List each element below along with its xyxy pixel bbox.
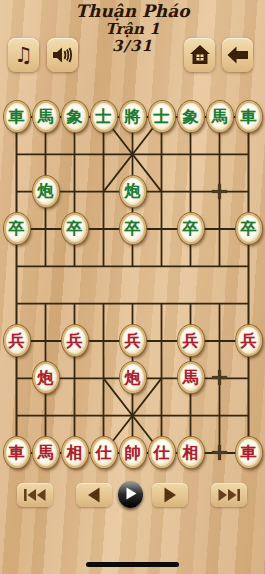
red-piece[interactable]: 馬 — [178, 362, 204, 393]
piece-character: 車 — [9, 109, 25, 125]
piece-character: 車 — [241, 445, 257, 461]
board-cell[interactable] — [31, 285, 60, 322]
skip-to-end-icon — [217, 488, 241, 502]
speaker-icon — [52, 45, 74, 65]
board-cell[interactable] — [176, 285, 205, 322]
play-button[interactable] — [118, 481, 143, 508]
piece-character: 卒 — [241, 221, 257, 237]
board-cell[interactable] — [176, 247, 205, 284]
board-cell[interactable] — [176, 135, 205, 172]
board-cell[interactable] — [60, 247, 89, 284]
board-cell[interactable]: 士 — [147, 98, 176, 135]
back-button[interactable] — [222, 38, 253, 72]
board-cell[interactable] — [60, 397, 89, 434]
board-cell[interactable] — [234, 135, 263, 172]
page-title: Thuận Pháo — [0, 2, 265, 21]
board-cell[interactable] — [60, 359, 89, 396]
board-cell[interactable] — [60, 135, 89, 172]
black-piece[interactable]: 馬 — [33, 101, 59, 132]
board-cell[interactable] — [205, 397, 234, 434]
board-cell[interactable]: 象 — [176, 98, 205, 135]
board-cell[interactable]: 車 — [2, 434, 31, 471]
red-piece[interactable]: 炮 — [120, 362, 146, 393]
black-piece[interactable]: 卒 — [4, 213, 30, 244]
piece-character: 炮 — [125, 370, 141, 386]
piece-character: 仕 — [96, 445, 112, 461]
board-cell[interactable] — [205, 434, 234, 471]
red-piece[interactable]: 相 — [178, 437, 204, 468]
board-cell[interactable] — [89, 285, 118, 322]
xiangqi-board[interactable]: 車馬象士將士象馬車炮炮卒卒卒卒卒兵兵兵兵兵炮炮馬車馬相仕帥仕相車 — [2, 98, 263, 472]
board-cells: 車馬象士將士象馬車炮炮卒卒卒卒卒兵兵兵兵兵炮炮馬車馬相仕帥仕相車 — [2, 98, 263, 472]
piece-character: 卒 — [9, 221, 25, 237]
board-cell[interactable] — [89, 359, 118, 396]
board-cell[interactable]: 相 — [60, 434, 89, 471]
red-piece[interactable]: 兵 — [236, 325, 262, 356]
board-cell[interactable] — [176, 173, 205, 210]
board-cell[interactable] — [147, 173, 176, 210]
black-piece[interactable]: 將 — [120, 101, 146, 132]
home-indicator — [86, 562, 179, 567]
piece-character: 士 — [96, 109, 112, 125]
board-cell[interactable] — [205, 322, 234, 359]
black-piece[interactable]: 卒 — [120, 213, 146, 244]
board-cell[interactable]: 士 — [89, 98, 118, 135]
piece-character: 將 — [125, 109, 141, 125]
piece-character: 兵 — [9, 333, 25, 349]
board-cell[interactable]: 卒 — [2, 210, 31, 247]
previous-icon — [87, 487, 101, 503]
board-cell[interactable] — [89, 135, 118, 172]
red-piece[interactable]: 兵 — [4, 325, 30, 356]
piece-character: 象 — [183, 109, 199, 125]
board-cell[interactable] — [89, 322, 118, 359]
board-cell[interactable] — [147, 322, 176, 359]
black-piece[interactable]: 炮 — [33, 176, 59, 207]
red-piece[interactable]: 兵 — [62, 325, 88, 356]
red-piece[interactable]: 相 — [62, 437, 88, 468]
board-cell[interactable] — [205, 285, 234, 322]
piece-character: 卒 — [67, 221, 83, 237]
red-piece[interactable]: 仕 — [91, 437, 117, 468]
board-cell[interactable] — [2, 247, 31, 284]
board-cell[interactable]: 帥 — [118, 434, 147, 471]
board-cell[interactable] — [89, 173, 118, 210]
board-cell[interactable]: 仕 — [147, 434, 176, 471]
piece-character: 車 — [9, 445, 25, 461]
piece-character: 相 — [183, 445, 199, 461]
music-note-icon: ♫ — [14, 45, 33, 66]
board-cell[interactable] — [147, 210, 176, 247]
piece-character: 車 — [241, 109, 257, 125]
board-cell[interactable]: 仕 — [89, 434, 118, 471]
red-piece[interactable]: 仕 — [149, 437, 175, 468]
board-cell[interactable]: 炮 — [31, 173, 60, 210]
music-button[interactable]: ♫ — [8, 38, 39, 72]
black-piece[interactable]: 象 — [62, 101, 88, 132]
black-piece[interactable]: 炮 — [120, 176, 146, 207]
board-cell[interactable]: 卒 — [234, 210, 263, 247]
piece-character: 馬 — [183, 370, 199, 386]
piece-character: 卒 — [183, 221, 199, 237]
board-cell[interactable] — [147, 247, 176, 284]
piece-character: 帥 — [125, 445, 141, 461]
piece-character: 炮 — [38, 183, 54, 199]
board-cell[interactable] — [147, 397, 176, 434]
board-cell[interactable]: 馬 — [176, 359, 205, 396]
board-cell[interactable] — [31, 210, 60, 247]
page-subtitle: Trận 1 — [0, 21, 265, 38]
board-cell[interactable]: 車 — [234, 98, 263, 135]
board-cell[interactable]: 馬 — [205, 98, 234, 135]
piece-character: 相 — [67, 445, 83, 461]
home-button[interactable] — [184, 38, 215, 72]
black-piece[interactable]: 卒 — [178, 213, 204, 244]
piece-character: 兵 — [67, 333, 83, 349]
sound-button[interactable] — [47, 38, 78, 72]
board-cell[interactable]: 卒 — [176, 210, 205, 247]
previous-move-button[interactable] — [76, 483, 112, 507]
board-cell[interactable] — [234, 397, 263, 434]
board-cell[interactable] — [89, 210, 118, 247]
board-cell[interactable]: 兵 — [60, 322, 89, 359]
board-cell[interactable]: 車 — [234, 434, 263, 471]
piece-character: 象 — [67, 109, 83, 125]
red-piece[interactable]: 炮 — [33, 362, 59, 393]
board-cell[interactable] — [234, 173, 263, 210]
board-cell[interactable] — [205, 210, 234, 247]
move-origin-marker — [212, 445, 227, 460]
move-origin-marker — [212, 370, 227, 385]
red-piece[interactable]: 馬 — [33, 437, 59, 468]
black-piece[interactable]: 車 — [236, 101, 262, 132]
board-cell[interactable]: 炮 — [118, 173, 147, 210]
board-cell[interactable]: 兵 — [234, 322, 263, 359]
board-cell[interactable]: 炮 — [118, 359, 147, 396]
black-piece[interactable]: 車 — [4, 101, 30, 132]
board-cell[interactable] — [118, 285, 147, 322]
board-cell[interactable] — [2, 285, 31, 322]
piece-character: 仕 — [154, 445, 170, 461]
board-cell[interactable]: 卒 — [118, 210, 147, 247]
home-icon — [189, 44, 211, 66]
board-cell[interactable] — [31, 322, 60, 359]
skip-to-start-button[interactable] — [17, 483, 53, 507]
piece-character: 兵 — [183, 333, 199, 349]
board-cell[interactable] — [2, 135, 31, 172]
board-cell[interactable]: 炮 — [31, 359, 60, 396]
piece-character: 士 — [154, 109, 170, 125]
piece-character: 炮 — [38, 370, 54, 386]
board-cell[interactable] — [31, 247, 60, 284]
next-icon — [163, 487, 177, 503]
black-piece[interactable]: 馬 — [207, 101, 233, 132]
board-cell[interactable] — [31, 135, 60, 172]
board-cell[interactable]: 馬 — [31, 434, 60, 471]
board-cell[interactable] — [2, 173, 31, 210]
board-cell[interactable] — [2, 359, 31, 396]
board-cell[interactable] — [147, 285, 176, 322]
board-cell[interactable] — [118, 397, 147, 434]
piece-character: 兵 — [241, 333, 257, 349]
board-cell[interactable] — [147, 135, 176, 172]
red-piece[interactable]: 兵 — [120, 325, 146, 356]
board-cell[interactable]: 車 — [2, 98, 31, 135]
board-cell[interactable] — [89, 247, 118, 284]
board-cell[interactable] — [118, 135, 147, 172]
black-piece[interactable]: 卒 — [236, 213, 262, 244]
board-cell[interactable]: 相 — [176, 434, 205, 471]
board-cell[interactable] — [31, 397, 60, 434]
red-piece[interactable]: 車 — [236, 437, 262, 468]
red-piece[interactable]: 帥 — [120, 437, 146, 468]
piece-character: 馬 — [38, 109, 54, 125]
piece-character: 兵 — [125, 333, 141, 349]
back-arrow-icon — [227, 46, 249, 64]
board-cell[interactable] — [205, 247, 234, 284]
black-piece[interactable]: 卒 — [62, 213, 88, 244]
board-cell[interactable] — [234, 285, 263, 322]
black-piece[interactable]: 象 — [178, 101, 204, 132]
board-cell[interactable]: 兵 — [176, 322, 205, 359]
board-cell[interactable] — [234, 359, 263, 396]
app-screen: Thuận Pháo Trận 1 3/31 ♫ — [0, 0, 265, 574]
board-cell[interactable] — [118, 247, 147, 284]
move-origin-marker — [212, 184, 227, 199]
board-cell[interactable]: 象 — [60, 98, 89, 135]
board-cell[interactable] — [176, 397, 205, 434]
next-move-button[interactable] — [152, 483, 188, 507]
board-cell[interactable] — [2, 397, 31, 434]
board-cell[interactable] — [147, 359, 176, 396]
board-cell[interactable]: 將 — [118, 98, 147, 135]
play-icon — [125, 487, 137, 503]
board-cell[interactable] — [89, 397, 118, 434]
board-cell[interactable]: 馬 — [31, 98, 60, 135]
skip-to-start-icon — [23, 488, 47, 502]
board-cell[interactable] — [60, 285, 89, 322]
board-cell[interactable] — [234, 247, 263, 284]
black-piece[interactable]: 士 — [91, 101, 117, 132]
board-cell[interactable] — [205, 135, 234, 172]
piece-character: 馬 — [38, 445, 54, 461]
board-cell[interactable] — [205, 173, 234, 210]
board-cell[interactable]: 卒 — [60, 210, 89, 247]
red-piece[interactable]: 兵 — [178, 325, 204, 356]
skip-to-end-button[interactable] — [211, 483, 247, 507]
red-piece[interactable]: 車 — [4, 437, 30, 468]
black-piece[interactable]: 士 — [149, 101, 175, 132]
board-cell[interactable]: 兵 — [118, 322, 147, 359]
board-cell[interactable] — [60, 173, 89, 210]
piece-character: 卒 — [125, 221, 141, 237]
board-cell[interactable]: 兵 — [2, 322, 31, 359]
piece-character: 炮 — [125, 183, 141, 199]
piece-character: 馬 — [212, 109, 228, 125]
board-cell[interactable] — [205, 359, 234, 396]
